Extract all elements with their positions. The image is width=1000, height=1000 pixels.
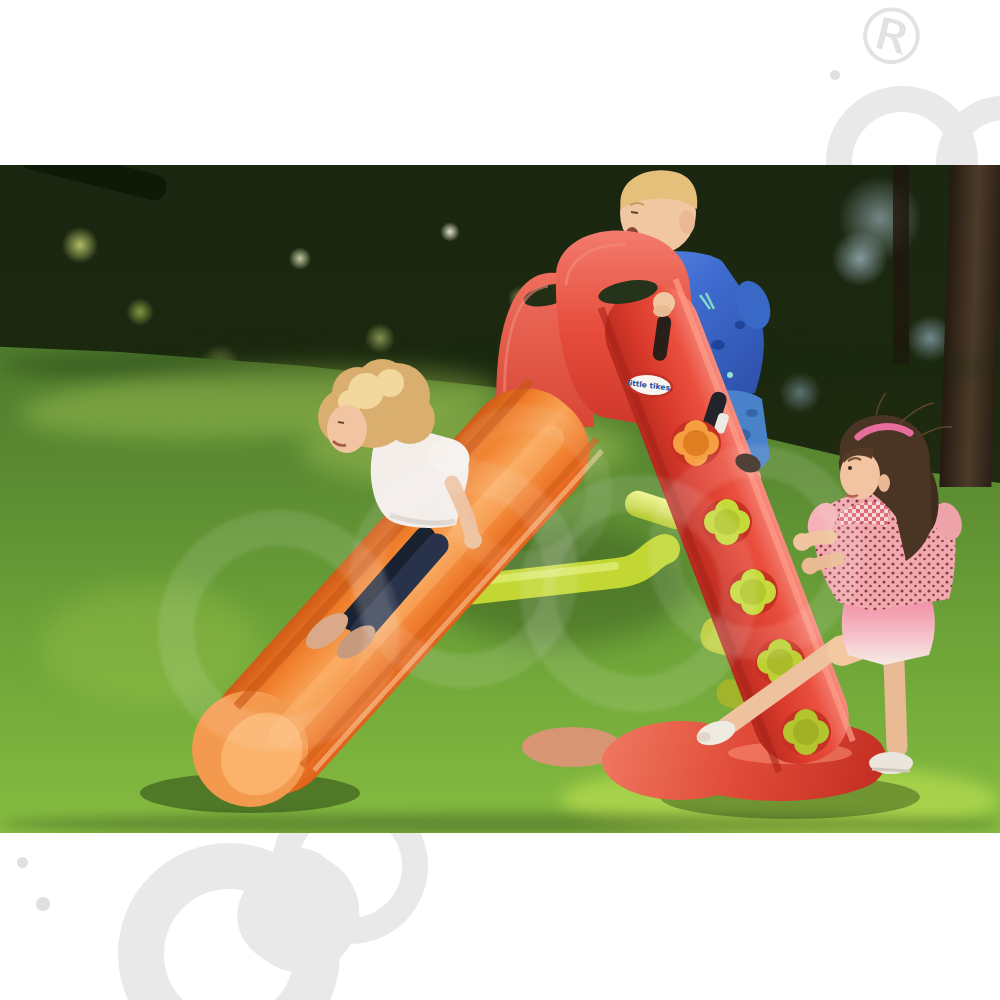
watermark-dot [17,857,28,868]
page-root: ® [0,0,1000,1000]
watermark-ghost [440,405,612,577]
girl1-face [327,405,367,453]
clover-step [781,709,831,755]
product-photo: little tikes. [0,165,1000,833]
watermark-dot [830,70,840,80]
registered-trademark-icon: ® [842,0,939,90]
watermark-dot [36,897,50,911]
watermark-ghost [648,445,862,659]
